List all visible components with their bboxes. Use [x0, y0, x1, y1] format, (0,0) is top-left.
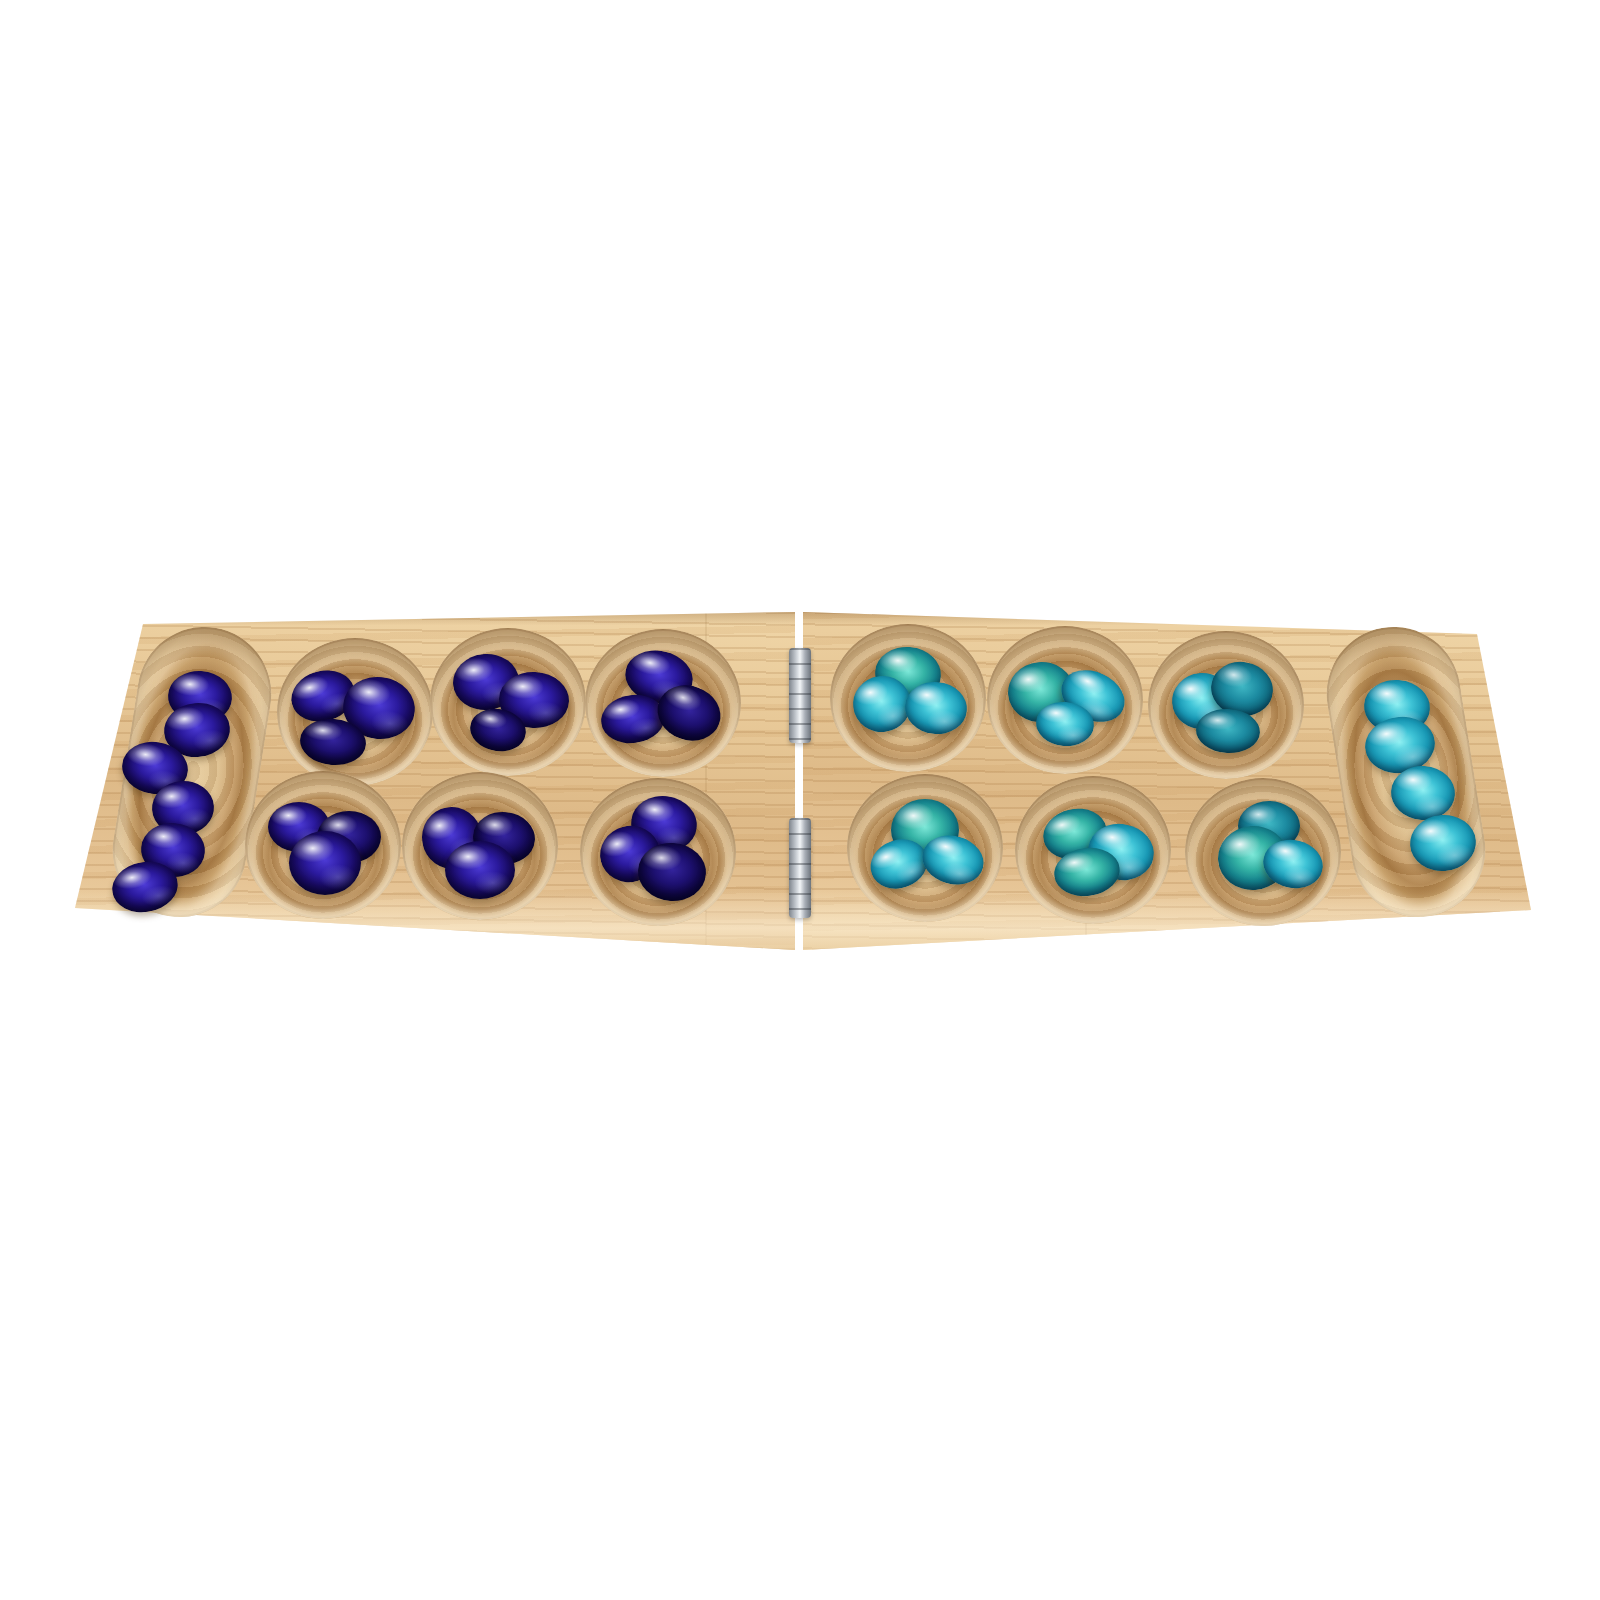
- mancala-board: [0, 0, 1600, 1600]
- blue-gem: [289, 831, 361, 895]
- hinge-icon: [789, 818, 811, 918]
- blue-gem: [445, 841, 515, 899]
- hinge-icon: [789, 648, 811, 743]
